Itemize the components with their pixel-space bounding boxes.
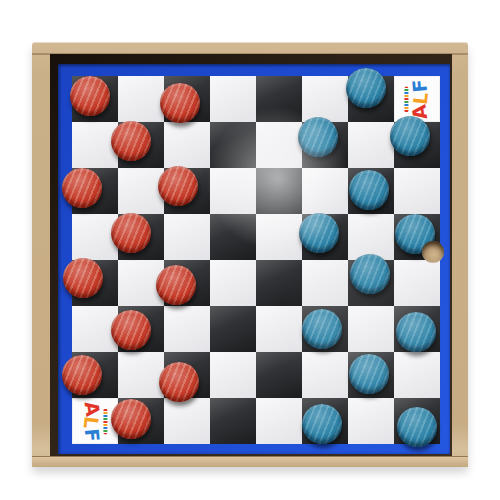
board-square-r2c4[interactable] bbox=[256, 352, 302, 398]
board-square-r4c3[interactable] bbox=[302, 260, 348, 306]
board-square-r6c3[interactable] bbox=[302, 168, 348, 214]
board-square-r4c4[interactable] bbox=[256, 260, 302, 306]
checker-blue[interactable] bbox=[302, 309, 342, 349]
checker-red[interactable] bbox=[63, 258, 103, 298]
board-square-r4c1[interactable] bbox=[394, 260, 440, 306]
board-square-r1c5[interactable] bbox=[210, 398, 256, 444]
checker-blue[interactable] bbox=[390, 116, 430, 156]
board-square-r2c7[interactable] bbox=[118, 352, 164, 398]
checker-blue[interactable] bbox=[350, 254, 390, 294]
checker-blue[interactable] bbox=[346, 68, 386, 108]
board-square-r1c4[interactable] bbox=[256, 398, 302, 444]
board-square-r2c1[interactable] bbox=[394, 352, 440, 398]
alf-logo-content: A L F bbox=[405, 79, 430, 119]
board-square-r5c4[interactable] bbox=[256, 214, 302, 260]
alf-wordmark: A L F bbox=[411, 79, 430, 119]
photo-background: A L F A L F bbox=[0, 0, 500, 500]
board-square-r8c7[interactable] bbox=[118, 76, 164, 122]
board-square-r3c5[interactable] bbox=[210, 306, 256, 352]
checker-red[interactable] bbox=[62, 168, 102, 208]
checker-red[interactable] bbox=[111, 121, 151, 161]
checker-blue[interactable] bbox=[349, 170, 389, 210]
checker-blue[interactable] bbox=[396, 312, 436, 352]
alf-wordmark: A L F bbox=[83, 401, 102, 441]
board-square-r6c4[interactable] bbox=[256, 168, 302, 214]
checker-blue[interactable] bbox=[298, 117, 338, 157]
checker-blue[interactable] bbox=[299, 213, 339, 253]
checker-red[interactable] bbox=[111, 213, 151, 253]
checker-red[interactable] bbox=[111, 399, 151, 439]
board-square-r2c5[interactable] bbox=[210, 352, 256, 398]
checker-blue[interactable] bbox=[349, 354, 389, 394]
checker-blue[interactable] bbox=[302, 404, 342, 444]
checker-red[interactable] bbox=[70, 76, 110, 116]
box-bottom-edge bbox=[32, 456, 468, 467]
finger-hole bbox=[422, 241, 444, 263]
checker-red[interactable] bbox=[156, 265, 196, 305]
checker-red[interactable] bbox=[111, 310, 151, 350]
board-square-r5c5[interactable] bbox=[210, 214, 256, 260]
board-square-r4c5[interactable] bbox=[210, 260, 256, 306]
logo-fine-print bbox=[104, 408, 108, 434]
board-square-r3c6[interactable] bbox=[164, 306, 210, 352]
board-square-r3c2[interactable] bbox=[348, 306, 394, 352]
board-square-r2c3[interactable] bbox=[302, 352, 348, 398]
checker-red[interactable] bbox=[159, 362, 199, 402]
board-square-r7c2[interactable] bbox=[348, 122, 394, 168]
board-square-r8c5[interactable] bbox=[210, 76, 256, 122]
board-square-r6c1[interactable] bbox=[394, 168, 440, 214]
alf-letter-a: A bbox=[82, 400, 103, 417]
alf-logo-content: A L F bbox=[83, 401, 108, 441]
board-square-r7c5[interactable] bbox=[210, 122, 256, 168]
checker-red[interactable] bbox=[62, 355, 102, 395]
board-square-r6c5[interactable] bbox=[210, 168, 256, 214]
board-square-r8c3[interactable] bbox=[302, 76, 348, 122]
checker-blue[interactable] bbox=[397, 407, 437, 447]
board-square-r7c4[interactable] bbox=[256, 122, 302, 168]
alf-logo-top-right: A L F bbox=[394, 76, 440, 122]
checker-red[interactable] bbox=[160, 83, 200, 123]
board-square-r8c4[interactable] bbox=[256, 76, 302, 122]
board-square-r7c6[interactable] bbox=[164, 122, 210, 168]
alf-letter-l: L bbox=[81, 415, 101, 429]
alf-letter-l: L bbox=[411, 91, 431, 105]
board-square-r3c4[interactable] bbox=[256, 306, 302, 352]
alf-letter-f: F bbox=[410, 78, 430, 93]
alf-letter-f: F bbox=[82, 427, 102, 442]
board-square-r1c6[interactable] bbox=[164, 398, 210, 444]
board-square-r1c2[interactable] bbox=[348, 398, 394, 444]
board-square-r6c7[interactable] bbox=[118, 168, 164, 214]
checkers-board: A L F A L F bbox=[72, 76, 440, 444]
checker-red[interactable] bbox=[158, 166, 198, 206]
board-square-r5c6[interactable] bbox=[164, 214, 210, 260]
